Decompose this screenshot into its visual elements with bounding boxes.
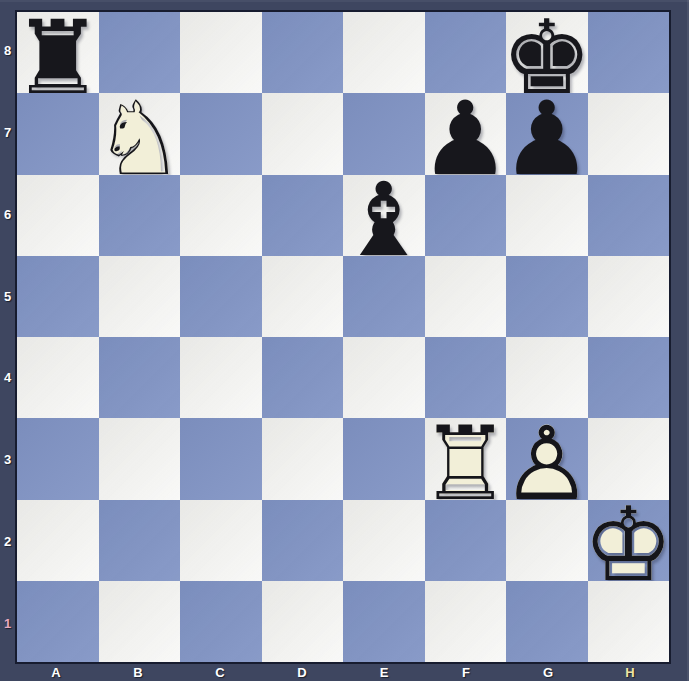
square-c2[interactable] [180,500,262,581]
square-e7[interactable] [343,93,425,174]
rank-label-5: 5 [0,255,15,337]
black-rook: ♜ [17,12,99,93]
square-g5[interactable] [506,256,588,337]
white-rook-fill-glyph: ♜ [425,423,507,504]
white-king-fill-glyph: ♚ [588,505,670,586]
square-d1[interactable] [262,581,344,662]
file-labels: ABCDEFGH [15,664,671,681]
square-a8[interactable]: ♜ [17,12,99,93]
white-knight-outline-glyph: ♘ [99,98,181,179]
file-label-c: C [179,664,261,681]
rank-label-2: 2 [0,501,15,583]
rank-label-1: 1 [0,582,15,664]
black-rook-glyph: ♜ [17,17,99,98]
square-c6[interactable] [180,175,262,256]
square-h5[interactable] [588,256,670,337]
file-label-d: D [261,664,343,681]
square-g2[interactable] [506,500,588,581]
square-g1[interactable] [506,581,588,662]
square-d7[interactable] [262,93,344,174]
white-knight: ♞♘ [99,93,181,174]
black-pawn-glyph: ♟ [425,98,507,179]
square-b5[interactable] [99,256,181,337]
square-c1[interactable] [180,581,262,662]
square-g4[interactable] [506,337,588,418]
square-f8[interactable] [425,12,507,93]
rank-label-7: 7 [0,92,15,174]
square-h7[interactable] [588,93,670,174]
square-h6[interactable] [588,175,670,256]
square-e2[interactable] [343,500,425,581]
black-bishop-glyph: ♝ [343,180,425,261]
square-h2[interactable]: ♚♔ [588,500,670,581]
file-label-e: E [343,664,425,681]
square-a3[interactable] [17,418,99,499]
square-c7[interactable] [180,93,262,174]
square-e1[interactable] [343,581,425,662]
square-b1[interactable] [99,581,181,662]
file-label-g: G [507,664,589,681]
chess-board-frame: 87654321 ♜♚♞♘♟♟♝♜♖♟♙♚♔ ABCDEFGH [0,0,689,681]
black-pawn: ♟ [506,93,588,174]
chess-board[interactable]: ♜♚♞♘♟♟♝♜♖♟♙♚♔ [15,10,671,664]
square-g7[interactable]: ♟ [506,93,588,174]
square-d3[interactable] [262,418,344,499]
white-king-outline-glyph: ♔ [588,505,670,586]
square-d8[interactable] [262,12,344,93]
square-g8[interactable]: ♚ [506,12,588,93]
square-d2[interactable] [262,500,344,581]
white-rook-outline-glyph: ♖ [425,423,507,504]
square-c8[interactable] [180,12,262,93]
square-f5[interactable] [425,256,507,337]
black-bishop: ♝ [343,175,425,256]
square-h1[interactable] [588,581,670,662]
square-h4[interactable] [588,337,670,418]
white-pawn-outline-glyph: ♙ [506,423,588,504]
square-d4[interactable] [262,337,344,418]
square-e3[interactable] [343,418,425,499]
square-h3[interactable] [588,418,670,499]
file-label-a: A [15,664,97,681]
square-b8[interactable] [99,12,181,93]
square-a7[interactable] [17,93,99,174]
square-h8[interactable] [588,12,670,93]
square-b3[interactable] [99,418,181,499]
square-a6[interactable] [17,175,99,256]
square-g6[interactable] [506,175,588,256]
square-e4[interactable] [343,337,425,418]
white-pawn-fill-glyph: ♟ [506,423,588,504]
rank-label-8: 8 [0,10,15,92]
square-c4[interactable] [180,337,262,418]
black-king: ♚ [506,12,588,93]
square-b2[interactable] [99,500,181,581]
white-rook: ♜♖ [425,418,507,499]
square-b6[interactable] [99,175,181,256]
white-knight-fill-glyph: ♞ [99,98,181,179]
black-pawn-glyph: ♟ [506,98,588,179]
square-f4[interactable] [425,337,507,418]
rank-label-6: 6 [0,174,15,256]
square-f7[interactable]: ♟ [425,93,507,174]
file-label-h: H [589,664,671,681]
square-d6[interactable] [262,175,344,256]
file-label-f: F [425,664,507,681]
square-a2[interactable] [17,500,99,581]
square-b7[interactable]: ♞♘ [99,93,181,174]
white-pawn: ♟♙ [506,418,588,499]
square-d5[interactable] [262,256,344,337]
square-f3[interactable]: ♜♖ [425,418,507,499]
square-a4[interactable] [17,337,99,418]
black-king-glyph: ♚ [506,17,588,98]
square-e5[interactable] [343,256,425,337]
rank-label-4: 4 [0,337,15,419]
square-e8[interactable] [343,12,425,93]
square-f2[interactable] [425,500,507,581]
black-pawn: ♟ [425,93,507,174]
square-c5[interactable] [180,256,262,337]
square-f1[interactable] [425,581,507,662]
square-b4[interactable] [99,337,181,418]
white-king: ♚♔ [588,500,670,581]
square-e6[interactable]: ♝ [343,175,425,256]
rank-labels: 87654321 [0,10,15,664]
square-g3[interactable]: ♟♙ [506,418,588,499]
rank-label-3: 3 [0,419,15,501]
square-a5[interactable] [17,256,99,337]
square-f6[interactable] [425,175,507,256]
square-a1[interactable] [17,581,99,662]
file-label-b: B [97,664,179,681]
square-c3[interactable] [180,418,262,499]
